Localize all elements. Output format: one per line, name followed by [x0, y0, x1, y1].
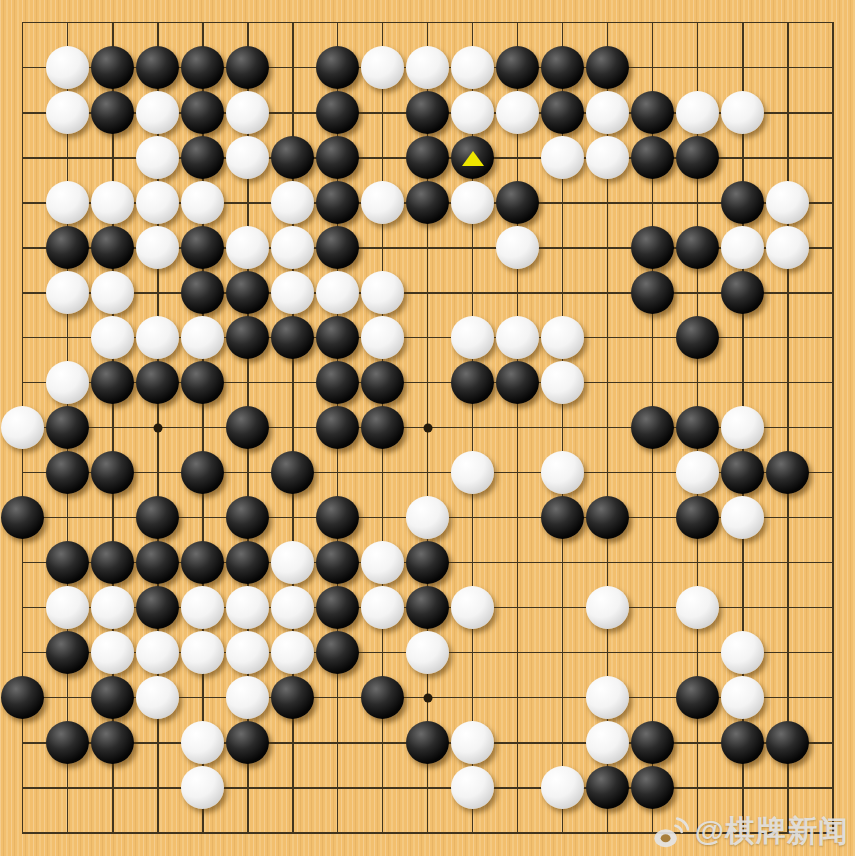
- board-intersection: [180, 135, 225, 180]
- white-stone: [586, 586, 629, 629]
- black-stone: [586, 496, 629, 539]
- board-intersection: [315, 315, 360, 360]
- board-intersection: [495, 315, 540, 360]
- board-intersection: [630, 90, 675, 135]
- board-intersection: [180, 270, 225, 315]
- board-intersection: [225, 225, 270, 270]
- board-intersection: [360, 675, 405, 720]
- black-stone: [91, 46, 134, 89]
- board-intersection: [225, 495, 270, 540]
- black-stone: [181, 91, 224, 134]
- black-stone: [136, 496, 179, 539]
- board-intersection: [180, 585, 225, 630]
- board-intersection: [90, 315, 135, 360]
- white-stone: [181, 181, 224, 224]
- white-stone: [46, 91, 89, 134]
- white-stone: [136, 316, 179, 359]
- board-intersection: [180, 720, 225, 765]
- black-stone: [46, 226, 89, 269]
- board-intersection: [675, 135, 720, 180]
- board-intersection: [225, 135, 270, 180]
- board-intersection: [135, 585, 180, 630]
- board-intersection: [225, 405, 270, 450]
- board-intersection: [630, 720, 675, 765]
- black-stone: [676, 406, 719, 449]
- white-stone: [451, 46, 494, 89]
- board-intersection: [630, 135, 675, 180]
- black-stone: [46, 721, 89, 764]
- black-stone: [721, 721, 764, 764]
- black-stone: [676, 496, 719, 539]
- white-stone: [496, 316, 539, 359]
- board-intersection: [45, 180, 90, 225]
- black-stone: [406, 541, 449, 584]
- white-stone: [676, 91, 719, 134]
- board-intersection: [405, 540, 450, 585]
- board-intersection: [315, 495, 360, 540]
- white-stone: [766, 181, 809, 224]
- black-stone: [631, 91, 674, 134]
- white-stone: [91, 316, 134, 359]
- black-stone: [316, 136, 359, 179]
- black-stone: [316, 91, 359, 134]
- black-stone: [766, 451, 809, 494]
- white-stone: [451, 91, 494, 134]
- board-intersection: [540, 495, 585, 540]
- board-intersection: [90, 630, 135, 675]
- board-intersection: [45, 540, 90, 585]
- white-stone: [541, 451, 584, 494]
- black-stone: [181, 271, 224, 314]
- board-intersection: [135, 540, 180, 585]
- board-intersection: [720, 225, 765, 270]
- board-intersection: [0, 495, 45, 540]
- board-intersection: [720, 90, 765, 135]
- white-stone: [226, 676, 269, 719]
- board-intersection: [225, 630, 270, 675]
- black-stone: [721, 271, 764, 314]
- board-intersection: [720, 675, 765, 720]
- black-stone: [631, 226, 674, 269]
- black-stone: [541, 91, 584, 134]
- white-stone: [586, 676, 629, 719]
- white-stone: [541, 316, 584, 359]
- black-stone: [181, 46, 224, 89]
- black-stone: [316, 406, 359, 449]
- board-intersection: [90, 180, 135, 225]
- watermark: @棋牌新闻: [653, 811, 849, 852]
- black-stone: [91, 91, 134, 134]
- board-intersection: [405, 495, 450, 540]
- board-intersection: [720, 405, 765, 450]
- white-stone: [181, 721, 224, 764]
- black-stone: [136, 46, 179, 89]
- board-intersection: [270, 450, 315, 495]
- board-intersection: [180, 450, 225, 495]
- black-stone: [226, 316, 269, 359]
- board-intersection: [720, 270, 765, 315]
- board-intersection: [270, 270, 315, 315]
- white-stone: [316, 271, 359, 314]
- board-intersection: [450, 765, 495, 810]
- white-stone: [271, 631, 314, 674]
- black-stone: [316, 226, 359, 269]
- board-intersection: [720, 495, 765, 540]
- white-stone: [721, 676, 764, 719]
- board-intersection: [135, 495, 180, 540]
- board-intersection: [585, 675, 630, 720]
- board-intersection: [450, 315, 495, 360]
- board-intersection: [225, 90, 270, 135]
- white-stone: [226, 136, 269, 179]
- black-stone: [271, 136, 314, 179]
- board-intersection: [180, 630, 225, 675]
- board-intersection: [765, 225, 810, 270]
- black-stone: [136, 541, 179, 584]
- black-stone: [91, 676, 134, 719]
- watermark-handle: @棋牌新闻: [695, 811, 849, 852]
- black-stone: [496, 181, 539, 224]
- white-stone: [361, 316, 404, 359]
- board-intersection: [720, 450, 765, 495]
- board-intersection: [225, 270, 270, 315]
- black-stone: [91, 361, 134, 404]
- board-intersection: [405, 585, 450, 630]
- board-intersection: [450, 720, 495, 765]
- board-intersection: [180, 360, 225, 405]
- board-intersection: [135, 630, 180, 675]
- white-stone: [676, 451, 719, 494]
- black-stone: [676, 136, 719, 179]
- white-stone: [226, 226, 269, 269]
- white-stone: [91, 271, 134, 314]
- white-stone: [46, 46, 89, 89]
- board-intersection: [360, 360, 405, 405]
- board-intersection: [270, 135, 315, 180]
- board-intersection: [495, 360, 540, 405]
- board-intersection: [540, 315, 585, 360]
- board-intersection: [315, 225, 360, 270]
- board-intersection: [270, 180, 315, 225]
- board-intersection: [450, 45, 495, 90]
- board-intersection: [45, 225, 90, 270]
- white-stone: [1, 406, 44, 449]
- black-stone: [631, 271, 674, 314]
- board-intersection: [585, 765, 630, 810]
- board-intersection: [315, 540, 360, 585]
- board-intersection: [135, 45, 180, 90]
- board-intersection: [270, 585, 315, 630]
- board-intersection: [315, 270, 360, 315]
- white-stone: [46, 271, 89, 314]
- white-stone: [136, 91, 179, 134]
- white-stone: [46, 586, 89, 629]
- stones-layer: [0, 0, 855, 855]
- black-stone: [271, 316, 314, 359]
- board-intersection: [45, 90, 90, 135]
- white-stone: [406, 496, 449, 539]
- white-stone: [361, 541, 404, 584]
- black-stone: [46, 631, 89, 674]
- black-stone: [271, 451, 314, 494]
- white-stone: [271, 226, 314, 269]
- white-stone: [271, 271, 314, 314]
- board-intersection: [495, 45, 540, 90]
- go-board: @棋牌新闻: [0, 0, 855, 856]
- black-stone: [1, 676, 44, 719]
- black-stone: [316, 46, 359, 89]
- board-intersection: [90, 675, 135, 720]
- board-intersection: [45, 360, 90, 405]
- board-intersection: [450, 180, 495, 225]
- board-intersection: [675, 495, 720, 540]
- black-stone: [46, 406, 89, 449]
- black-stone: [316, 361, 359, 404]
- board-intersection: [90, 45, 135, 90]
- black-stone: [406, 181, 449, 224]
- board-intersection: [315, 180, 360, 225]
- black-stone: [451, 361, 494, 404]
- board-intersection: [45, 405, 90, 450]
- black-stone: [631, 766, 674, 809]
- black-stone: [316, 181, 359, 224]
- white-stone: [136, 631, 179, 674]
- board-intersection: [90, 720, 135, 765]
- board-intersection: [180, 90, 225, 135]
- black-stone: [226, 46, 269, 89]
- black-stone: [136, 361, 179, 404]
- white-stone: [271, 541, 314, 584]
- black-stone: [676, 226, 719, 269]
- white-stone: [541, 136, 584, 179]
- board-intersection: [675, 405, 720, 450]
- black-stone: [361, 361, 404, 404]
- board-intersection: [405, 45, 450, 90]
- board-intersection: [450, 135, 495, 180]
- black-stone: [181, 226, 224, 269]
- white-stone: [181, 586, 224, 629]
- black-stone: [676, 316, 719, 359]
- board-intersection: [720, 720, 765, 765]
- black-stone: [226, 406, 269, 449]
- board-intersection: [225, 315, 270, 360]
- black-stone: [226, 541, 269, 584]
- white-stone: [586, 136, 629, 179]
- board-intersection: [630, 270, 675, 315]
- board-intersection: [45, 450, 90, 495]
- black-stone: [406, 586, 449, 629]
- black-stone: [226, 496, 269, 539]
- white-stone: [136, 676, 179, 719]
- white-stone: [451, 451, 494, 494]
- black-stone: [586, 766, 629, 809]
- board-intersection: [495, 225, 540, 270]
- board-intersection: [585, 495, 630, 540]
- white-stone: [271, 181, 314, 224]
- board-intersection: [495, 180, 540, 225]
- board-intersection: [360, 585, 405, 630]
- black-stone: [316, 631, 359, 674]
- board-intersection: [405, 135, 450, 180]
- board-intersection: [270, 315, 315, 360]
- board-intersection: [270, 540, 315, 585]
- black-stone: [91, 721, 134, 764]
- black-stone: [46, 451, 89, 494]
- board-intersection: [720, 180, 765, 225]
- board-intersection: [135, 225, 180, 270]
- board-intersection: [315, 135, 360, 180]
- board-intersection: [45, 270, 90, 315]
- white-stone: [451, 586, 494, 629]
- white-stone: [46, 361, 89, 404]
- white-stone: [226, 631, 269, 674]
- board-intersection: [0, 405, 45, 450]
- black-stone: [181, 136, 224, 179]
- white-stone: [496, 91, 539, 134]
- board-intersection: [450, 90, 495, 135]
- white-stone: [46, 181, 89, 224]
- board-intersection: [585, 135, 630, 180]
- board-intersection: [540, 450, 585, 495]
- black-stone: [316, 541, 359, 584]
- white-stone: [361, 586, 404, 629]
- white-stone: [91, 181, 134, 224]
- board-intersection: [720, 630, 765, 675]
- board-intersection: [270, 225, 315, 270]
- board-intersection: [90, 225, 135, 270]
- board-intersection: [360, 45, 405, 90]
- white-stone: [361, 46, 404, 89]
- board-intersection: [360, 180, 405, 225]
- board-intersection: [585, 585, 630, 630]
- black-stone: [541, 46, 584, 89]
- board-intersection: [540, 90, 585, 135]
- board-intersection: [90, 585, 135, 630]
- white-stone: [721, 91, 764, 134]
- board-intersection: [630, 765, 675, 810]
- board-intersection: [90, 90, 135, 135]
- board-intersection: [90, 540, 135, 585]
- black-stone: [316, 586, 359, 629]
- board-intersection: [45, 720, 90, 765]
- black-stone: [721, 181, 764, 224]
- white-stone: [271, 586, 314, 629]
- white-stone: [721, 406, 764, 449]
- board-intersection: [315, 45, 360, 90]
- white-stone: [226, 91, 269, 134]
- black-stone: [361, 676, 404, 719]
- white-stone: [676, 586, 719, 629]
- board-intersection: [675, 675, 720, 720]
- black-stone: [496, 46, 539, 89]
- board-intersection: [315, 585, 360, 630]
- black-stone: [361, 406, 404, 449]
- black-stone: [766, 721, 809, 764]
- white-stone: [361, 271, 404, 314]
- black-stone: [181, 541, 224, 584]
- board-intersection: [90, 450, 135, 495]
- board-intersection: [540, 45, 585, 90]
- black-stone: [91, 451, 134, 494]
- board-intersection: [585, 90, 630, 135]
- black-stone: [91, 226, 134, 269]
- board-intersection: [225, 675, 270, 720]
- white-stone: [451, 181, 494, 224]
- black-stone: [676, 676, 719, 719]
- black-stone: [406, 91, 449, 134]
- black-stone: [1, 496, 44, 539]
- black-stone: [631, 721, 674, 764]
- board-intersection: [45, 585, 90, 630]
- black-stone: [46, 541, 89, 584]
- black-stone: [406, 136, 449, 179]
- black-stone: [631, 406, 674, 449]
- white-stone: [496, 226, 539, 269]
- board-intersection: [315, 405, 360, 450]
- white-stone: [451, 766, 494, 809]
- black-stone: [226, 721, 269, 764]
- board-intersection: [180, 315, 225, 360]
- white-stone: [136, 181, 179, 224]
- board-intersection: [585, 720, 630, 765]
- board-intersection: [90, 270, 135, 315]
- board-intersection: [405, 180, 450, 225]
- white-stone: [226, 586, 269, 629]
- board-intersection: [135, 180, 180, 225]
- black-stone: [181, 361, 224, 404]
- board-intersection: [270, 630, 315, 675]
- black-stone: [181, 451, 224, 494]
- board-intersection: [360, 270, 405, 315]
- black-stone: [631, 136, 674, 179]
- board-intersection: [315, 90, 360, 135]
- white-stone: [721, 496, 764, 539]
- board-intersection: [315, 360, 360, 405]
- board-intersection: [270, 675, 315, 720]
- black-stone: [316, 316, 359, 359]
- white-stone: [451, 316, 494, 359]
- board-intersection: [450, 360, 495, 405]
- board-intersection: [180, 45, 225, 90]
- board-intersection: [90, 360, 135, 405]
- board-intersection: [765, 180, 810, 225]
- white-stone: [586, 721, 629, 764]
- white-stone: [586, 91, 629, 134]
- white-stone: [541, 361, 584, 404]
- white-stone: [451, 721, 494, 764]
- board-intersection: [765, 450, 810, 495]
- black-stone: [586, 46, 629, 89]
- board-intersection: [540, 360, 585, 405]
- board-intersection: [675, 225, 720, 270]
- board-intersection: [585, 45, 630, 90]
- board-intersection: [135, 315, 180, 360]
- white-stone: [766, 226, 809, 269]
- black-stone: [316, 496, 359, 539]
- board-intersection: [180, 180, 225, 225]
- board-intersection: [360, 540, 405, 585]
- weibo-icon: [653, 815, 689, 849]
- board-intersection: [630, 225, 675, 270]
- board-intersection: [225, 585, 270, 630]
- black-stone: [496, 361, 539, 404]
- white-stone: [181, 766, 224, 809]
- white-stone: [721, 226, 764, 269]
- board-intersection: [675, 450, 720, 495]
- board-intersection: [225, 540, 270, 585]
- board-intersection: [0, 675, 45, 720]
- board-intersection: [450, 585, 495, 630]
